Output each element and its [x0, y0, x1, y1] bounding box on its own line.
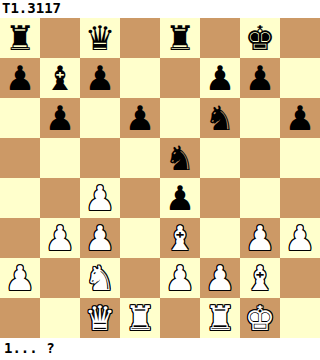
square-g4[interactable]: [240, 178, 280, 218]
piece-white-pawn: ♟: [45, 218, 75, 258]
square-a4[interactable]: [0, 178, 40, 218]
square-b8[interactable]: [40, 18, 80, 58]
square-d3[interactable]: [120, 218, 160, 258]
square-a5[interactable]: [0, 138, 40, 178]
square-a2[interactable]: ♟: [0, 258, 40, 298]
piece-black-knight: ♞: [205, 98, 235, 138]
square-g3[interactable]: ♟: [240, 218, 280, 258]
square-d5[interactable]: [120, 138, 160, 178]
piece-black-pawn: ♟: [245, 58, 275, 98]
piece-black-pawn: ♟: [125, 98, 155, 138]
piece-white-pawn: ♟: [85, 178, 115, 218]
square-h3[interactable]: ♟: [280, 218, 320, 258]
square-d8[interactable]: [120, 18, 160, 58]
square-b4[interactable]: [40, 178, 80, 218]
square-h7[interactable]: [280, 58, 320, 98]
piece-white-bishop: ♝: [245, 258, 275, 298]
square-c4[interactable]: ♟: [80, 178, 120, 218]
square-h6[interactable]: ♟: [280, 98, 320, 138]
square-e4[interactable]: ♟: [160, 178, 200, 218]
piece-black-knight: ♞: [165, 138, 195, 178]
square-c2[interactable]: ♞: [80, 258, 120, 298]
square-b7[interactable]: ♝: [40, 58, 80, 98]
square-g8[interactable]: ♚: [240, 18, 280, 58]
square-a3[interactable]: [0, 218, 40, 258]
piece-black-bishop: ♝: [45, 58, 75, 98]
square-d7[interactable]: [120, 58, 160, 98]
square-b1[interactable]: [40, 298, 80, 338]
square-c1[interactable]: ♛: [80, 298, 120, 338]
piece-black-king: ♚: [245, 18, 275, 58]
piece-black-pawn: ♟: [165, 178, 195, 218]
square-b2[interactable]: [40, 258, 80, 298]
piece-white-queen: ♛: [85, 298, 115, 338]
square-b6[interactable]: ♟: [40, 98, 80, 138]
square-e2[interactable]: ♟: [160, 258, 200, 298]
square-h5[interactable]: [280, 138, 320, 178]
piece-black-pawn: ♟: [285, 98, 315, 138]
square-e7[interactable]: [160, 58, 200, 98]
piece-black-pawn: ♟: [5, 58, 35, 98]
piece-black-rook: ♜: [165, 18, 195, 58]
square-a7[interactable]: ♟: [0, 58, 40, 98]
piece-white-rook: ♜: [205, 298, 235, 338]
square-c7[interactable]: ♟: [80, 58, 120, 98]
square-a8[interactable]: ♜: [0, 18, 40, 58]
square-f8[interactable]: [200, 18, 240, 58]
square-d4[interactable]: [120, 178, 160, 218]
square-g5[interactable]: [240, 138, 280, 178]
square-a1[interactable]: [0, 298, 40, 338]
square-h2[interactable]: [280, 258, 320, 298]
square-e3[interactable]: ♝: [160, 218, 200, 258]
move-prompt: 1... ?: [0, 338, 320, 360]
square-f3[interactable]: [200, 218, 240, 258]
square-e5[interactable]: ♞: [160, 138, 200, 178]
piece-white-pawn: ♟: [245, 218, 275, 258]
piece-white-pawn: ♟: [205, 258, 235, 298]
square-g2[interactable]: ♝: [240, 258, 280, 298]
puzzle-title: T1.3117: [0, 0, 320, 18]
square-f5[interactable]: [200, 138, 240, 178]
square-e1[interactable]: [160, 298, 200, 338]
square-b5[interactable]: [40, 138, 80, 178]
square-g7[interactable]: ♟: [240, 58, 280, 98]
square-b3[interactable]: ♟: [40, 218, 80, 258]
square-c6[interactable]: [80, 98, 120, 138]
piece-white-pawn: ♟: [5, 258, 35, 298]
square-d2[interactable]: [120, 258, 160, 298]
piece-white-pawn: ♟: [85, 218, 115, 258]
square-f6[interactable]: ♞: [200, 98, 240, 138]
piece-white-pawn: ♟: [165, 258, 195, 298]
piece-black-queen: ♛: [85, 18, 115, 58]
square-f7[interactable]: ♟: [200, 58, 240, 98]
square-h4[interactable]: [280, 178, 320, 218]
square-c5[interactable]: [80, 138, 120, 178]
piece-white-pawn: ♟: [285, 218, 315, 258]
square-g1[interactable]: ♚: [240, 298, 280, 338]
square-h1[interactable]: [280, 298, 320, 338]
square-f1[interactable]: ♜: [200, 298, 240, 338]
piece-white-king: ♚: [245, 298, 275, 338]
square-c8[interactable]: ♛: [80, 18, 120, 58]
square-g6[interactable]: [240, 98, 280, 138]
piece-black-rook: ♜: [5, 18, 35, 58]
square-f2[interactable]: ♟: [200, 258, 240, 298]
piece-white-rook: ♜: [125, 298, 155, 338]
square-e6[interactable]: [160, 98, 200, 138]
square-d1[interactable]: ♜: [120, 298, 160, 338]
square-e8[interactable]: ♜: [160, 18, 200, 58]
piece-white-knight: ♞: [85, 258, 115, 298]
piece-black-pawn: ♟: [45, 98, 75, 138]
square-c3[interactable]: ♟: [80, 218, 120, 258]
chess-board: ♜♛♜♚♟♝♟♟♟♟♟♞♟♞♟♟♟♟♝♟♟♟♞♟♟♝♛♜♜♚: [0, 18, 320, 338]
square-a6[interactable]: [0, 98, 40, 138]
square-h8[interactable]: [280, 18, 320, 58]
piece-white-bishop: ♝: [165, 218, 195, 258]
square-f4[interactable]: [200, 178, 240, 218]
chess-puzzle-window: T1.3117 ♜♛♜♚♟♝♟♟♟♟♟♞♟♞♟♟♟♟♝♟♟♟♞♟♟♝♛♜♜♚ 1…: [0, 0, 320, 360]
square-d6[interactable]: ♟: [120, 98, 160, 138]
piece-black-pawn: ♟: [85, 58, 115, 98]
piece-black-pawn: ♟: [205, 58, 235, 98]
